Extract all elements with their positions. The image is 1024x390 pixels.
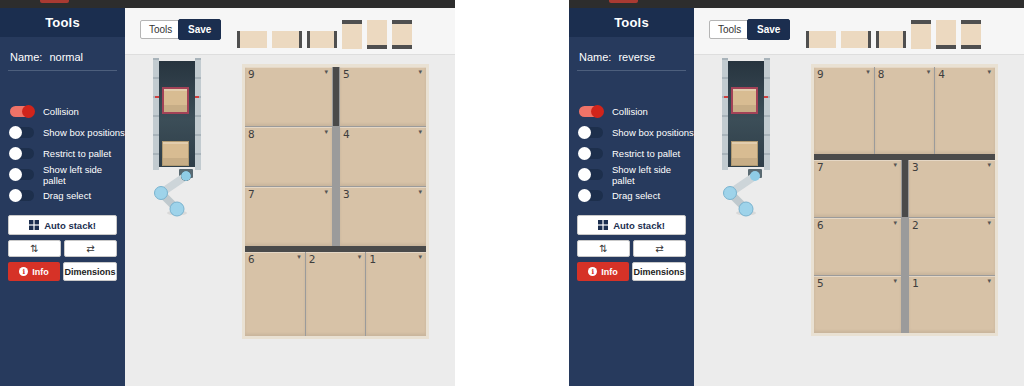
toggle-switch-icon[interactable]	[579, 190, 603, 201]
swap-vertical-button[interactable]: ⇅	[577, 240, 630, 257]
pallet-pattern-thumb-3[interactable]	[876, 31, 906, 48]
rack-box-selected[interactable]	[162, 87, 189, 114]
robot-joint-icon	[724, 187, 737, 200]
caret-down-icon[interactable]: ▾	[418, 68, 422, 76]
pallet-box-4[interactable]: 4▾	[935, 67, 995, 154]
pallet-pattern-thumb-5[interactable]	[367, 20, 387, 49]
save-button[interactable]: Save	[747, 19, 790, 40]
pallet-pattern-thumb-5[interactable]	[936, 20, 956, 49]
pallet-box-2[interactable]: 2▾	[306, 252, 366, 336]
divider-bar-icon	[367, 45, 387, 49]
box-number: 8	[248, 128, 255, 141]
main-area: Tools Save	[694, 8, 1024, 386]
box-number: 7	[248, 188, 255, 201]
box-number: 9	[248, 68, 255, 81]
toggle-show-left-side-pallet[interactable]: Show left side pallet	[10, 164, 125, 185]
divider-bar-icon	[903, 31, 906, 48]
pallet-box-8[interactable]: 8▾	[875, 67, 935, 154]
rack-box-selected[interactable]	[731, 87, 758, 114]
swap-vertical-icon: ⇅	[30, 243, 38, 254]
caret-down-icon[interactable]: ▾	[987, 277, 991, 285]
pallet-box-9[interactable]: 9▾	[814, 67, 874, 154]
align-tick-icon	[724, 96, 728, 98]
caret-down-icon[interactable]: ▾	[358, 253, 362, 261]
pallet-box-6[interactable]: 6▾	[245, 252, 305, 336]
dimensions-button[interactable]: Dimensions	[63, 262, 117, 281]
browser-chrome-bar	[0, 0, 455, 8]
box-number: 5	[343, 68, 350, 81]
name-value: reverse	[618, 51, 655, 63]
pallet-pattern-thumb-2[interactable]	[841, 31, 871, 48]
caret-down-icon[interactable]: ▾	[418, 128, 422, 136]
pallet-row-section: 6▾2▾1▾	[245, 252, 426, 336]
divider-bar-icon	[342, 20, 362, 24]
pallet-pattern-thumb-2[interactable]	[272, 31, 302, 48]
caret-down-icon[interactable]: ▾	[418, 253, 422, 261]
page: { "game": "pallet-stacking-layout-editor…	[0, 0, 1024, 390]
divider-bar-icon	[806, 31, 809, 48]
sidebar-title: Tools	[0, 8, 125, 37]
box-number: 8	[878, 68, 885, 81]
divider-bar-icon	[334, 31, 337, 48]
rack-box[interactable]	[731, 141, 758, 166]
app-panel-normal: Tools Name:normal Collision Show box pos…	[0, 0, 455, 386]
robot-arm-illustration	[718, 169, 774, 217]
pallet-split-section: 7▾6▾5▾3▾2▾1▾	[814, 160, 995, 333]
toggle-drag-select[interactable]: Drag select	[579, 185, 694, 206]
pallet-pattern-thumb-3[interactable]	[307, 31, 337, 48]
robot-joint-icon	[155, 187, 168, 200]
toggle-list: Collision Show box positions Restrict to…	[579, 101, 694, 206]
pallet-box-3[interactable]: 3▾	[909, 160, 995, 217]
pallet-box-8[interactable]: 8▾	[245, 127, 332, 186]
pallet-pattern-thumb-6[interactable]	[961, 20, 981, 49]
auto-stack-button[interactable]: Auto stack!	[577, 215, 686, 235]
divider-bar-icon	[237, 31, 240, 48]
toggle-switch-icon[interactable]	[579, 127, 603, 138]
chrome-accent-icon	[40, 0, 69, 3]
tools-sidebar: Tools Name:reverse Collision Show box po…	[569, 8, 694, 386]
align-tick-icon	[155, 96, 159, 98]
name-label: Name:	[10, 51, 42, 63]
auto-stack-button[interactable]: Auto stack!	[8, 215, 117, 235]
name-label: Name:	[579, 51, 611, 63]
caret-down-icon[interactable]: ▾	[893, 277, 897, 285]
divider-bar-icon	[868, 31, 871, 48]
pallet-pattern-thumbnails	[237, 13, 412, 50]
caret-down-icon[interactable]: ▾	[297, 253, 301, 261]
align-tick-icon	[764, 96, 768, 98]
info-button[interactable]: i Info	[8, 262, 60, 281]
rack-rail	[764, 58, 770, 170]
name-field[interactable]: Name:normal	[8, 51, 117, 71]
save-button[interactable]: Save	[178, 19, 221, 40]
caret-down-icon[interactable]: ▾	[866, 68, 870, 76]
pallet-pattern-thumb-6[interactable]	[392, 20, 412, 49]
pallet-box-5[interactable]: 5▾	[814, 276, 901, 333]
toggle-switch-icon[interactable]	[10, 169, 34, 180]
swap-horizontal-button[interactable]: ⇄	[633, 240, 686, 257]
pallet-box-9[interactable]: 9▾	[245, 67, 332, 126]
pallet-pattern-thumbnails	[806, 13, 981, 50]
info-button[interactable]: i Info	[577, 262, 629, 281]
pallet-split-section: 9▾8▾7▾5▾4▾3▾	[245, 67, 426, 246]
toggle-switch-icon[interactable]	[10, 106, 34, 117]
box-number: 3	[343, 188, 350, 201]
caret-down-icon[interactable]: ▾	[893, 219, 897, 227]
box-number: 3	[912, 161, 919, 174]
toggle-switch-icon[interactable]	[579, 106, 603, 117]
pallet-pattern-thumb-1[interactable]	[237, 31, 267, 48]
dimensions-button[interactable]: Dimensions	[632, 262, 686, 281]
pallet-box-2[interactable]: 2▾	[909, 218, 995, 275]
auto-stack-label: Auto stack!	[44, 220, 96, 231]
caret-down-icon[interactable]: ▾	[418, 188, 422, 196]
swap-horizontal-icon: ⇄	[655, 243, 663, 254]
divider-bar-icon	[936, 45, 956, 49]
box-number: 9	[817, 68, 824, 81]
tools-button[interactable]: Tools	[140, 20, 181, 39]
info-label: Info	[32, 267, 49, 277]
box-number: 1	[369, 253, 376, 266]
pallet-box-1[interactable]: 1▾	[909, 276, 995, 333]
box-number: 6	[248, 253, 255, 266]
chrome-accent-icon	[609, 0, 638, 3]
box-number: 4	[343, 128, 350, 141]
top-toolbar: Tools Save	[125, 8, 455, 55]
pallet-box-5[interactable]: 5▾	[340, 67, 426, 126]
robot-arm-illustration	[149, 169, 205, 217]
divider-bar-icon	[307, 31, 310, 48]
caret-down-icon[interactable]: ▾	[987, 161, 991, 169]
box-number: 2	[309, 253, 316, 266]
toggle-drag-select[interactable]: Drag select	[10, 185, 125, 206]
toggle-collision[interactable]: Collision	[579, 101, 694, 122]
box-number: 7	[817, 161, 824, 174]
pallet-divider-vertical	[902, 160, 908, 217]
grid-icon	[29, 220, 39, 230]
toggle-list: Collision Show box positions Restrict to…	[10, 101, 125, 206]
pallet-pattern-thumb-4[interactable]	[342, 20, 362, 49]
rack-interior	[728, 61, 764, 167]
toggle-switch-icon[interactable]	[10, 190, 34, 201]
toggle-show-left-side-pallet[interactable]: Show left side pallet	[579, 164, 694, 185]
caret-down-icon[interactable]: ▾	[893, 161, 897, 169]
align-tick-icon	[195, 96, 199, 98]
sidebar-actions: Auto stack! ⇅ ⇄ i Info Dimensions	[577, 215, 686, 281]
tools-button[interactable]: Tools	[709, 20, 750, 39]
layout-canvas: 9▾8▾4▾7▾6▾5▾3▾2▾1▾	[694, 56, 1024, 386]
caret-down-icon[interactable]: ▾	[324, 68, 328, 76]
pallet-pattern-thumb-1[interactable]	[806, 31, 836, 48]
rack-box[interactable]	[162, 141, 189, 166]
divider-bar-icon	[961, 45, 981, 49]
toggle-restrict-to-pallet[interactable]: Restrict to pallet	[579, 143, 694, 164]
divider-bar-icon	[876, 31, 879, 48]
box-number: 5	[817, 277, 824, 290]
rack-interior	[159, 61, 195, 167]
rack-rail	[195, 58, 201, 170]
tools-sidebar: Tools Name:normal Collision Show box pos…	[0, 8, 125, 386]
pallet-divider-vertical	[333, 67, 339, 126]
auto-stack-label: Auto stack!	[613, 220, 665, 231]
swap-horizontal-icon: ⇄	[86, 243, 94, 254]
divider-bar-icon	[961, 20, 981, 24]
box-rack-illustration	[153, 58, 201, 170]
top-toolbar: Tools Save	[694, 8, 1024, 55]
toggle-switch-icon[interactable]	[10, 148, 34, 159]
toggle-show-box-positions[interactable]: Show box positions	[579, 122, 694, 143]
layout-canvas: 9▾8▾7▾5▾4▾3▾6▾2▾1▾	[125, 56, 455, 386]
divider-bar-icon	[392, 45, 412, 49]
box-number: 2	[912, 219, 919, 232]
info-label: Info	[601, 267, 618, 277]
name-field[interactable]: Name:reverse	[577, 51, 686, 71]
name-value: normal	[49, 51, 83, 63]
toggle-collision[interactable]: Collision	[10, 101, 125, 122]
caret-down-icon[interactable]: ▾	[987, 68, 991, 76]
sidebar-title: Tools	[569, 8, 694, 37]
toggle-switch-icon[interactable]	[579, 148, 603, 159]
browser-chrome-bar	[569, 0, 1024, 8]
robot-base-icon	[739, 202, 753, 216]
toggle-show-box-positions[interactable]: Show box positions	[10, 122, 125, 143]
box-number: 6	[817, 219, 824, 232]
pallet-layout-grid: 9▾8▾7▾5▾4▾3▾6▾2▾1▾	[242, 64, 429, 339]
pallet-box-4[interactable]: 4▾	[340, 127, 426, 186]
sidebar-actions: Auto stack! ⇅ ⇄ i Info Dimensions	[8, 215, 117, 281]
divider-bar-icon	[392, 20, 412, 24]
pallet-box-3[interactable]: 3▾	[340, 187, 426, 246]
pallet-box-7[interactable]: 7▾	[814, 160, 901, 217]
pallet-box-6[interactable]: 6▾	[814, 218, 901, 275]
swap-horizontal-button[interactable]: ⇄	[64, 240, 117, 257]
swap-vertical-icon: ⇅	[599, 243, 607, 254]
toggle-switch-icon[interactable]	[579, 169, 603, 180]
toggle-restrict-to-pallet[interactable]: Restrict to pallet	[10, 143, 125, 164]
box-rack-illustration	[722, 58, 770, 170]
pallet-row-section: 9▾8▾4▾	[814, 67, 995, 154]
pallet-box-1[interactable]: 1▾	[366, 252, 426, 336]
caret-down-icon[interactable]: ▾	[927, 68, 931, 76]
swap-vertical-button[interactable]: ⇅	[8, 240, 61, 257]
robot-base-icon	[170, 202, 184, 216]
divider-bar-icon	[911, 20, 931, 24]
pallet-layout-grid: 9▾8▾4▾7▾6▾5▾3▾2▾1▾	[811, 64, 998, 336]
box-number: 4	[938, 68, 945, 81]
caret-down-icon[interactable]: ▾	[324, 188, 328, 196]
info-icon: i	[588, 267, 597, 276]
toggle-switch-icon[interactable]	[10, 127, 34, 138]
main-area: Tools Save	[125, 8, 455, 386]
app-panel-reverse: Tools Name:reverse Collision Show box po…	[569, 0, 1024, 386]
grid-icon	[598, 220, 608, 230]
caret-down-icon[interactable]: ▾	[324, 128, 328, 136]
pallet-box-7[interactable]: 7▾	[245, 187, 332, 246]
divider-bar-icon	[299, 31, 302, 48]
caret-down-icon[interactable]: ▾	[987, 219, 991, 227]
box-number: 1	[912, 277, 919, 290]
pallet-pattern-thumb-4[interactable]	[911, 20, 931, 49]
info-icon: i	[19, 267, 28, 276]
